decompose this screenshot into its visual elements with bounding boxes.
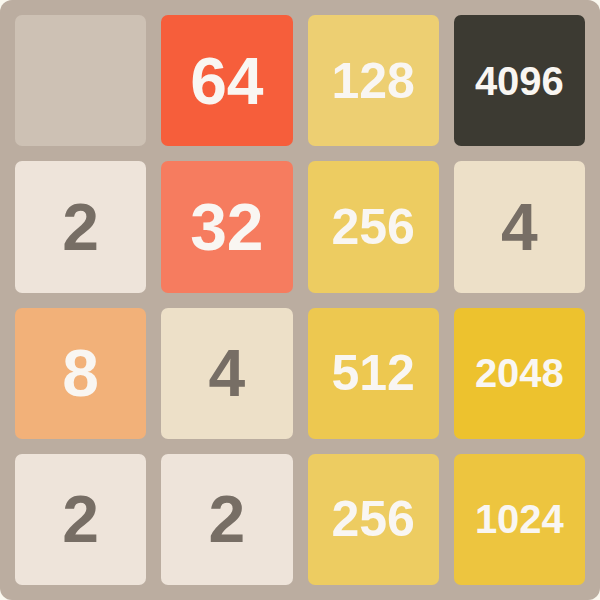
tile-256: 256 — [308, 454, 439, 585]
cell-empty — [15, 15, 146, 146]
tile-512: 512 — [308, 308, 439, 439]
tile-256: 256 — [308, 161, 439, 292]
tile-64: 64 — [161, 15, 292, 146]
tile-4: 4 — [161, 308, 292, 439]
tile-2: 2 — [15, 161, 146, 292]
tile-4096: 4096 — [454, 15, 585, 146]
tile-128: 128 — [308, 15, 439, 146]
board-2048[interactable]: 6412840962322564845122048222561024 — [0, 0, 600, 600]
tile-2: 2 — [161, 454, 292, 585]
tile-2048: 2048 — [454, 308, 585, 439]
tile-4: 4 — [454, 161, 585, 292]
tile-1024: 1024 — [454, 454, 585, 585]
tile-8: 8 — [15, 308, 146, 439]
tile-32: 32 — [161, 161, 292, 292]
tile-2: 2 — [15, 454, 146, 585]
